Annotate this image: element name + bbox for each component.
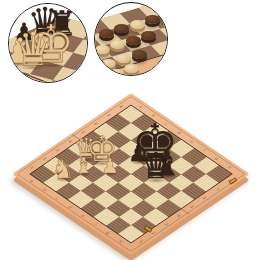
coord-label: d	[176, 130, 182, 134]
coord-label: 4	[176, 213, 182, 217]
coord-label: f	[202, 148, 207, 152]
checker-disc-light	[101, 59, 116, 68]
coord-label: 5	[189, 205, 195, 209]
coord-label: 7	[105, 113, 111, 117]
checker-disc-dark	[160, 10, 168, 19]
inset-left-pieces: ♜♛♟♟♚♛	[9, 4, 87, 82]
coord-label: d	[67, 205, 73, 209]
checker-disc-light	[130, 20, 145, 29]
checker-disc-dark	[99, 29, 114, 38]
checker-disc-dark	[132, 50, 147, 59]
coord-label: h	[118, 239, 124, 243]
coord-label: 5	[80, 130, 86, 134]
coord-label: g	[105, 230, 111, 234]
coord-label: e	[189, 139, 195, 143]
product-photo: abcdefgh abcdefgh 87654321 87654321 ♛♟♚♚…	[0, 0, 260, 260]
coord-label: a	[29, 179, 35, 183]
coord-label: 1	[29, 165, 35, 169]
frame-label: a	[8, 72, 13, 83]
coord-label: 1	[138, 239, 144, 243]
coord-label: e	[80, 214, 86, 218]
coord-label: 7	[214, 187, 220, 191]
checker-disc-dark	[145, 15, 160, 24]
coord-label: b	[42, 187, 48, 191]
coord-label: 2	[150, 231, 156, 235]
piece-white-queen: ♛	[8, 26, 58, 72]
coord-label: 2	[41, 156, 47, 160]
coord-label: b	[151, 113, 157, 117]
coord-label: 6	[201, 196, 207, 200]
board-squares	[29, 105, 233, 244]
chess-board: abcdefgh abcdefgh 87654321 87654321	[12, 93, 250, 255]
coord-label: 6	[92, 122, 98, 126]
coord-label: 8	[118, 104, 124, 108]
frame-label: c	[113, 73, 119, 76]
coord-label: c	[55, 196, 61, 200]
coord-label: g	[214, 156, 220, 160]
checker-disc-dark	[114, 24, 129, 33]
checker-disc-dark	[141, 31, 156, 40]
checker-disc-light	[109, 69, 124, 76]
coord-label: 4	[67, 139, 73, 143]
checker-disc-light	[116, 54, 131, 63]
checker-disc-light	[110, 40, 125, 49]
inset-checkers-closeup: cba	[94, 2, 168, 76]
inset-right-discs	[95, 3, 167, 75]
coord-label: a	[138, 104, 144, 108]
inset-chess-closeup: abc ♜♛♟♟♚♛	[8, 3, 88, 83]
coord-label: f	[93, 222, 98, 226]
coord-label: 3	[163, 222, 169, 226]
checker-disc-dark	[126, 36, 141, 45]
frame-label: b	[23, 79, 31, 83]
coord-label: c	[163, 122, 169, 126]
checker-disc-light	[95, 45, 110, 54]
checker-disc-light	[124, 64, 139, 73]
coord-label: h	[227, 165, 233, 169]
coord-label: 3	[54, 148, 60, 152]
